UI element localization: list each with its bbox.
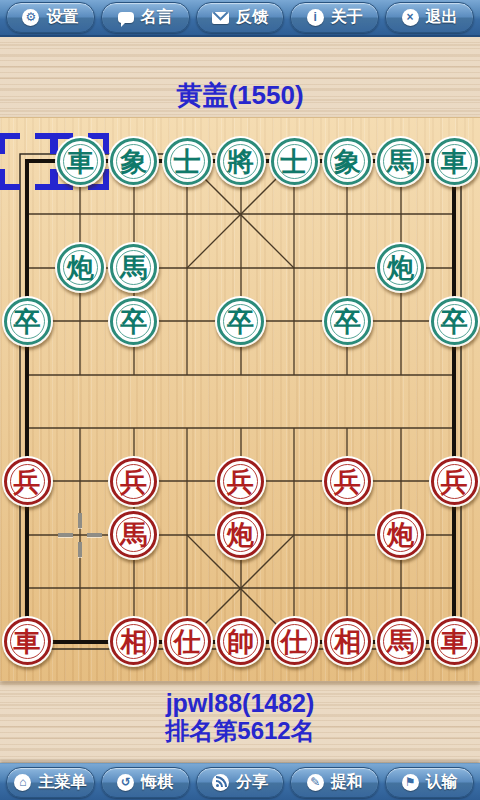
app-screen: ⚙ 设置 名言 反馈 i 关于 × 退出 黄盖(1550)	[0, 0, 480, 800]
piece-red-chariot[interactable]: 車	[2, 616, 53, 667]
piece-black-general[interactable]: 將	[215, 136, 266, 187]
exit-button[interactable]: × 退出	[385, 2, 474, 33]
piece-black-soldier[interactable]: 卒	[108, 296, 159, 347]
about-button[interactable]: i 关于	[290, 2, 379, 33]
self-player-info: jpwl88(1482) 排名第5612名	[0, 690, 480, 744]
piece-red-advisor[interactable]: 仕	[269, 616, 320, 667]
settings-label: 设置	[46, 7, 78, 28]
piece-black-chariot[interactable]: 車	[55, 136, 106, 187]
settings-button[interactable]: ⚙ 设置	[6, 2, 95, 33]
piece-red-soldier[interactable]: 兵	[429, 456, 480, 507]
piece-black-soldier[interactable]: 卒	[215, 296, 266, 347]
piece-red-soldier[interactable]: 兵	[215, 456, 266, 507]
piece-black-chariot[interactable]: 車	[429, 136, 480, 187]
about-label: 关于	[331, 7, 363, 28]
pencil-icon: ✎	[307, 774, 324, 791]
undo-move-label: 悔棋	[141, 772, 173, 793]
share-button[interactable]: 分享	[196, 767, 285, 798]
offer-draw-button[interactable]: ✎ 提和	[290, 767, 379, 798]
piece-red-general[interactable]: 帥	[215, 616, 266, 667]
feedback-label: 反馈	[236, 7, 268, 28]
xiangqi-board[interactable]: 車象士將士象馬車炮馬炮卒卒卒卒卒兵兵兵兵兵馬炮炮車相仕帥仕相馬車	[0, 117, 480, 681]
self-name: jpwl88(1482)	[0, 690, 480, 717]
piece-black-advisor[interactable]: 士	[269, 136, 320, 187]
last-move-marker	[0, 133, 56, 190]
piece-red-advisor[interactable]: 仕	[162, 616, 213, 667]
piece-black-advisor[interactable]: 士	[162, 136, 213, 187]
main-menu-button[interactable]: ⌂ 主菜单	[6, 767, 95, 798]
cursor-crosshair	[58, 513, 102, 557]
quotes-label: 名言	[141, 7, 173, 28]
piece-black-soldier[interactable]: 卒	[2, 296, 53, 347]
piece-black-soldier[interactable]: 卒	[322, 296, 373, 347]
home-icon: ⌂	[14, 774, 31, 791]
piece-black-horse[interactable]: 馬	[375, 136, 426, 187]
quotes-button[interactable]: 名言	[101, 2, 190, 33]
piece-red-soldier[interactable]: 兵	[322, 456, 373, 507]
opponent-name: 黄盖(1550)	[0, 78, 480, 113]
close-icon: ×	[402, 9, 419, 26]
bottom-toolbar: ⌂ 主菜单 ↺ 悔棋 分享 ✎ 提和 ⚑ 认输	[0, 763, 480, 800]
piece-red-soldier[interactable]: 兵	[108, 456, 159, 507]
gear-icon: ⚙	[22, 9, 39, 26]
share-icon	[212, 774, 229, 791]
piece-black-cannon[interactable]: 炮	[55, 242, 106, 293]
envelope-icon	[212, 12, 229, 24]
board-grid	[0, 118, 480, 681]
piece-black-elephant[interactable]: 象	[108, 136, 159, 187]
top-toolbar: ⚙ 设置 名言 反馈 i 关于 × 退出	[0, 0, 480, 37]
main-menu-label: 主菜单	[38, 772, 86, 793]
piece-red-elephant[interactable]: 相	[322, 616, 373, 667]
exit-label: 退出	[426, 7, 458, 28]
info-icon: i	[307, 9, 324, 26]
speech-bubble-icon	[118, 12, 134, 23]
flag-icon: ⚑	[402, 774, 419, 791]
self-rank: 排名第5612名	[0, 717, 480, 744]
piece-black-soldier[interactable]: 卒	[429, 296, 480, 347]
piece-red-chariot[interactable]: 車	[429, 616, 480, 667]
undo-icon: ↺	[117, 774, 134, 791]
undo-move-button[interactable]: ↺ 悔棋	[101, 767, 190, 798]
resign-button[interactable]: ⚑ 认输	[385, 767, 474, 798]
piece-red-soldier[interactable]: 兵	[2, 456, 53, 507]
feedback-button[interactable]: 反馈	[196, 2, 285, 33]
offer-draw-label: 提和	[331, 772, 363, 793]
resign-label: 认输	[426, 772, 458, 793]
piece-black-elephant[interactable]: 象	[322, 136, 373, 187]
share-label: 分享	[236, 772, 268, 793]
